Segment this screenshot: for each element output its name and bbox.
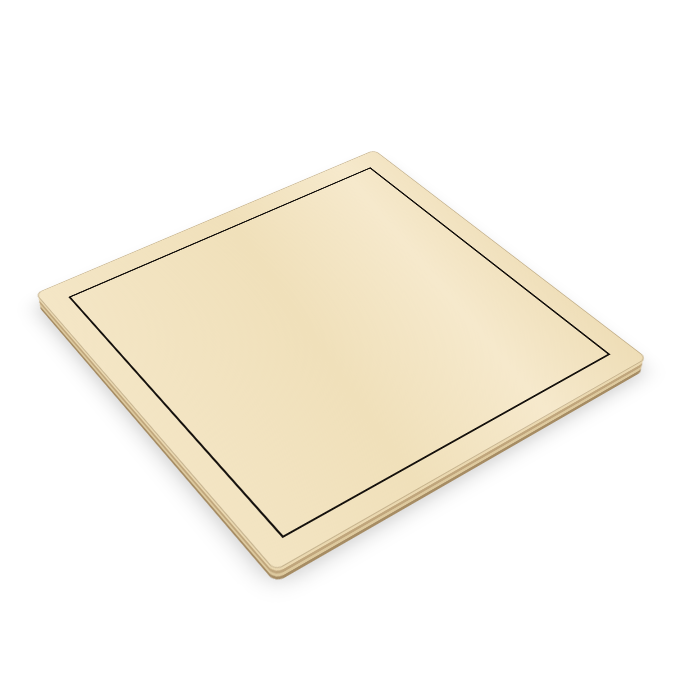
chess-board bbox=[35, 150, 647, 571]
board-grid bbox=[68, 167, 610, 538]
chess-set-photo bbox=[0, 0, 700, 700]
board-face bbox=[35, 150, 647, 571]
